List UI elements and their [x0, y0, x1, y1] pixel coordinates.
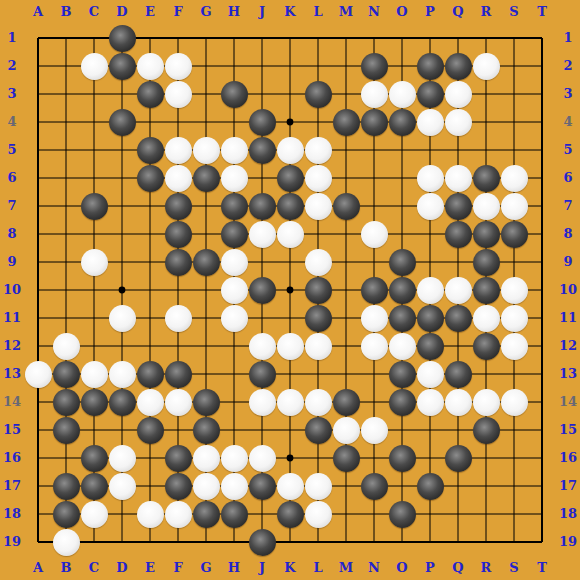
stone-black[interactable]: ●: [249, 193, 276, 220]
white-stone-glyph: ○: [253, 446, 270, 470]
stone-white[interactable]: ○: [165, 389, 192, 416]
stone-black[interactable]: ●: [417, 81, 444, 108]
white-stone-glyph: ○: [253, 334, 270, 358]
stone-black[interactable]: ●: [445, 361, 472, 388]
black-stone-glyph: ●: [449, 362, 466, 386]
stone-black[interactable]: ●: [333, 109, 360, 136]
stone-black[interactable]: ●: [305, 305, 332, 332]
stone-white[interactable]: ○: [249, 389, 276, 416]
stone-black[interactable]: ●: [445, 445, 472, 472]
stone-white[interactable]: ○: [445, 81, 472, 108]
black-stone-glyph: ●: [477, 222, 494, 246]
stone-black[interactable]: ●: [473, 165, 500, 192]
black-stone-glyph: ●: [309, 82, 326, 106]
stone-black[interactable]: ●: [249, 277, 276, 304]
stone-white[interactable]: ○: [501, 305, 528, 332]
stone-black[interactable]: ●: [165, 249, 192, 276]
stone-black[interactable]: ●: [417, 53, 444, 80]
black-stone-glyph: ●: [253, 530, 270, 554]
stone-black[interactable]: ●: [277, 165, 304, 192]
black-stone-glyph: ●: [197, 390, 214, 414]
white-stone-glyph: ○: [141, 390, 158, 414]
stone-black[interactable]: ●: [389, 445, 416, 472]
stone-white[interactable]: ○: [81, 249, 108, 276]
stone-white[interactable]: ○: [389, 81, 416, 108]
stone-black[interactable]: ●: [501, 221, 528, 248]
stone-black[interactable]: ●: [361, 277, 388, 304]
white-stone-glyph: ○: [281, 334, 298, 358]
stone-white[interactable]: ○: [109, 361, 136, 388]
stone-white[interactable]: ○: [501, 165, 528, 192]
stone-white[interactable]: ○: [137, 389, 164, 416]
stone-white[interactable]: ○: [305, 249, 332, 276]
stone-black[interactable]: ●: [165, 473, 192, 500]
stone-black[interactable]: ●: [193, 417, 220, 444]
white-stone-glyph: ○: [505, 278, 522, 302]
stone-white[interactable]: ○: [445, 277, 472, 304]
black-stone-glyph: ●: [365, 474, 382, 498]
stone-black[interactable]: ●: [81, 193, 108, 220]
stone-white[interactable]: ○: [417, 165, 444, 192]
black-stone-glyph: ●: [337, 194, 354, 218]
stone-black[interactable]: ●: [473, 333, 500, 360]
black-stone-glyph: ●: [225, 502, 242, 526]
black-stone-glyph: ●: [85, 446, 102, 470]
stone-white[interactable]: ○: [109, 445, 136, 472]
stone-white[interactable]: ○: [417, 109, 444, 136]
white-stone-glyph: ○: [421, 194, 438, 218]
stone-white[interactable]: ○: [501, 277, 528, 304]
stone-black[interactable]: ●: [305, 277, 332, 304]
white-stone-glyph: ○: [225, 250, 242, 274]
stone-black[interactable]: ●: [221, 221, 248, 248]
stone-black[interactable]: ●: [417, 333, 444, 360]
stone-black[interactable]: ●: [333, 389, 360, 416]
stone-white[interactable]: ○: [81, 361, 108, 388]
white-stone-glyph: ○: [365, 222, 382, 246]
white-stone-glyph: ○: [225, 138, 242, 162]
black-stone-glyph: ●: [225, 194, 242, 218]
white-stone-glyph: ○: [85, 502, 102, 526]
stone-white[interactable]: ○: [473, 53, 500, 80]
white-stone-glyph: ○: [197, 138, 214, 162]
black-stone-glyph: ●: [225, 222, 242, 246]
stone-black[interactable]: ●: [193, 501, 220, 528]
black-stone-glyph: ●: [393, 278, 410, 302]
white-stone-glyph: ○: [505, 194, 522, 218]
white-stone-glyph: ○: [449, 278, 466, 302]
stone-black[interactable]: ●: [249, 109, 276, 136]
white-stone-glyph: ○: [197, 446, 214, 470]
stone-white[interactable]: ○: [305, 501, 332, 528]
stone-black[interactable]: ●: [305, 81, 332, 108]
stone-black[interactable]: ●: [445, 305, 472, 332]
stone-white[interactable]: ○: [221, 165, 248, 192]
white-stone-glyph: ○: [393, 334, 410, 358]
white-stone-glyph: ○: [169, 54, 186, 78]
stone-white[interactable]: ○: [81, 53, 108, 80]
stone-white[interactable]: ○: [53, 333, 80, 360]
white-stone-glyph: ○: [505, 334, 522, 358]
black-stone-glyph: ●: [141, 82, 158, 106]
stone-white[interactable]: ○: [221, 277, 248, 304]
white-stone-glyph: ○: [169, 502, 186, 526]
black-stone-glyph: ●: [365, 278, 382, 302]
stone-white[interactable]: ○: [81, 501, 108, 528]
stone-white[interactable]: ○: [417, 277, 444, 304]
black-stone-glyph: ●: [253, 194, 270, 218]
stone-black[interactable]: ●: [361, 109, 388, 136]
white-stone-glyph: ○: [281, 474, 298, 498]
stone-black[interactable]: ●: [361, 473, 388, 500]
white-stone-glyph: ○: [309, 474, 326, 498]
black-stone-glyph: ●: [393, 502, 410, 526]
black-stone-glyph: ●: [477, 334, 494, 358]
black-stone-glyph: ●: [421, 474, 438, 498]
stone-white[interactable]: ○: [109, 473, 136, 500]
stone-white[interactable]: ○: [137, 53, 164, 80]
stone-white[interactable]: ○: [501, 333, 528, 360]
stone-white[interactable]: ○: [305, 389, 332, 416]
stone-white[interactable]: ○: [165, 305, 192, 332]
stone-black[interactable]: ●: [193, 389, 220, 416]
stone-black[interactable]: ●: [249, 529, 276, 556]
white-stone-glyph: ○: [225, 278, 242, 302]
black-stone-glyph: ●: [225, 82, 242, 106]
white-stone-glyph: ○: [169, 166, 186, 190]
black-stone-glyph: ●: [169, 446, 186, 470]
stone-white[interactable]: ○: [277, 221, 304, 248]
black-stone-glyph: ●: [113, 110, 130, 134]
stone-white[interactable]: ○: [305, 137, 332, 164]
stone-black[interactable]: ●: [473, 277, 500, 304]
stone-white[interactable]: ○: [165, 165, 192, 192]
white-stone-glyph: ○: [113, 446, 130, 470]
black-stone-glyph: ●: [449, 222, 466, 246]
black-stone-glyph: ●: [309, 306, 326, 330]
stone-white[interactable]: ○: [473, 193, 500, 220]
stone-black[interactable]: ●: [389, 305, 416, 332]
stone-white[interactable]: ○: [193, 445, 220, 472]
stone-black[interactable]: ●: [249, 473, 276, 500]
white-stone-glyph: ○: [309, 390, 326, 414]
stone-black[interactable]: ●: [473, 249, 500, 276]
stone-black[interactable]: ●: [333, 445, 360, 472]
stone-black[interactable]: ●: [137, 165, 164, 192]
white-stone-glyph: ○: [365, 418, 382, 442]
white-stone-glyph: ○: [477, 194, 494, 218]
white-stone-glyph: ○: [169, 306, 186, 330]
black-stone-glyph: ●: [393, 110, 410, 134]
black-stone-glyph: ●: [505, 222, 522, 246]
stone-black[interactable]: ●: [53, 473, 80, 500]
stone-black[interactable]: ●: [137, 361, 164, 388]
black-stone-glyph: ●: [113, 26, 130, 50]
white-stone-glyph: ○: [309, 250, 326, 274]
stone-white[interactable]: ○: [193, 137, 220, 164]
stone-black[interactable]: ●: [361, 53, 388, 80]
stone-black[interactable]: ●: [305, 417, 332, 444]
black-stone-glyph: ●: [449, 306, 466, 330]
stone-white[interactable]: ○: [305, 165, 332, 192]
black-stone-glyph: ●: [253, 474, 270, 498]
white-stone-glyph: ○: [309, 334, 326, 358]
stone-black[interactable]: ●: [53, 417, 80, 444]
stone-white[interactable]: ○: [501, 193, 528, 220]
white-stone-glyph: ○: [421, 278, 438, 302]
black-stone-glyph: ●: [197, 166, 214, 190]
white-stone-glyph: ○: [281, 138, 298, 162]
stone-black[interactable]: ●: [417, 305, 444, 332]
stone-black[interactable]: ●: [445, 221, 472, 248]
white-stone-glyph: ○: [309, 166, 326, 190]
white-stone-glyph: ○: [421, 166, 438, 190]
black-stone-glyph: ●: [169, 474, 186, 498]
black-stone-glyph: ●: [141, 138, 158, 162]
black-stone-glyph: ●: [169, 362, 186, 386]
stone-white[interactable]: ○: [473, 305, 500, 332]
black-stone-glyph: ●: [281, 502, 298, 526]
stone-white[interactable]: ○: [417, 389, 444, 416]
black-stone-glyph: ●: [281, 166, 298, 190]
stone-black[interactable]: ●: [445, 193, 472, 220]
stone-black[interactable]: ●: [389, 389, 416, 416]
stone-black[interactable]: ●: [221, 193, 248, 220]
stone-black[interactable]: ●: [417, 473, 444, 500]
stone-black[interactable]: ●: [109, 389, 136, 416]
black-stone-glyph: ●: [477, 278, 494, 302]
stone-white[interactable]: ○: [361, 305, 388, 332]
white-stone-glyph: ○: [449, 110, 466, 134]
black-stone-glyph: ●: [197, 250, 214, 274]
stone-black[interactable]: ●: [137, 81, 164, 108]
stone-black[interactable]: ●: [221, 501, 248, 528]
stone-black[interactable]: ●: [53, 389, 80, 416]
stone-white[interactable]: ○: [165, 137, 192, 164]
stone-white[interactable]: ○: [361, 417, 388, 444]
stone-white[interactable]: ○: [501, 389, 528, 416]
stone-white[interactable]: ○: [221, 137, 248, 164]
stone-white[interactable]: ○: [305, 193, 332, 220]
stone-black[interactable]: ●: [445, 53, 472, 80]
stone-white[interactable]: ○: [193, 473, 220, 500]
white-stone-glyph: ○: [225, 446, 242, 470]
stone-white[interactable]: ○: [473, 389, 500, 416]
stone-black[interactable]: ●: [81, 473, 108, 500]
stone-white[interactable]: ○: [249, 445, 276, 472]
white-stone-glyph: ○: [449, 166, 466, 190]
white-stone-glyph: ○: [113, 362, 130, 386]
stone-white[interactable]: ○: [221, 249, 248, 276]
black-stone-glyph: ●: [141, 418, 158, 442]
black-stone-glyph: ●: [337, 446, 354, 470]
black-stone-glyph: ●: [57, 362, 74, 386]
stone-black[interactable]: ●: [53, 501, 80, 528]
black-stone-glyph: ●: [477, 166, 494, 190]
stone-black[interactable]: ●: [165, 221, 192, 248]
black-stone-glyph: ●: [365, 54, 382, 78]
stone-white[interactable]: ○: [249, 221, 276, 248]
stone-white[interactable]: ○: [249, 333, 276, 360]
white-stone-glyph: ○: [57, 334, 74, 358]
black-stone-glyph: ●: [113, 390, 130, 414]
white-stone-glyph: ○: [365, 306, 382, 330]
black-stone-glyph: ●: [57, 418, 74, 442]
stone-white[interactable]: ○: [333, 417, 360, 444]
white-stone-glyph: ○: [225, 166, 242, 190]
stone-black[interactable]: ●: [165, 193, 192, 220]
stone-white[interactable]: ○: [389, 333, 416, 360]
white-stone-glyph: ○: [169, 82, 186, 106]
white-stone-glyph: ○: [281, 222, 298, 246]
stone-white[interactable]: ○: [305, 333, 332, 360]
white-stone-glyph: ○: [113, 306, 130, 330]
stone-black[interactable]: ●: [81, 389, 108, 416]
white-stone-glyph: ○: [337, 418, 354, 442]
black-stone-glyph: ●: [449, 446, 466, 470]
white-stone-glyph: ○: [225, 474, 242, 498]
white-stone-glyph: ○: [57, 530, 74, 554]
white-stone-glyph: ○: [421, 110, 438, 134]
stone-black[interactable]: ●: [109, 53, 136, 80]
black-stone-glyph: ●: [85, 390, 102, 414]
stone-black[interactable]: ●: [389, 249, 416, 276]
black-stone-glyph: ●: [281, 194, 298, 218]
stone-black[interactable]: ●: [473, 221, 500, 248]
white-stone-glyph: ○: [281, 390, 298, 414]
white-stone-glyph: ○: [309, 194, 326, 218]
white-stone-glyph: ○: [253, 390, 270, 414]
stone-white[interactable]: ○: [53, 529, 80, 556]
black-stone-glyph: ●: [421, 54, 438, 78]
black-stone-glyph: ●: [85, 474, 102, 498]
stone-white[interactable]: ○: [25, 361, 52, 388]
black-stone-glyph: ●: [253, 278, 270, 302]
black-stone-glyph: ●: [309, 418, 326, 442]
stone-black[interactable]: ●: [277, 501, 304, 528]
stone-white[interactable]: ○: [221, 445, 248, 472]
white-stone-glyph: ○: [477, 54, 494, 78]
black-stone-glyph: ●: [393, 306, 410, 330]
stone-black[interactable]: ●: [109, 25, 136, 52]
stone-black[interactable]: ●: [277, 193, 304, 220]
stone-black[interactable]: ●: [193, 165, 220, 192]
stone-black[interactable]: ●: [389, 361, 416, 388]
white-stone-glyph: ○: [365, 334, 382, 358]
stone-black[interactable]: ●: [193, 249, 220, 276]
black-stone-glyph: ●: [477, 250, 494, 274]
black-stone-glyph: ●: [253, 362, 270, 386]
stone-black[interactable]: ●: [389, 501, 416, 528]
black-stone-glyph: ●: [57, 390, 74, 414]
stone-black[interactable]: ●: [249, 361, 276, 388]
stone-black[interactable]: ●: [389, 277, 416, 304]
stone-white[interactable]: ○: [361, 81, 388, 108]
white-stone-glyph: ○: [141, 502, 158, 526]
black-stone-glyph: ●: [141, 166, 158, 190]
stone-white[interactable]: ○: [445, 165, 472, 192]
stone-black[interactable]: ●: [389, 109, 416, 136]
white-stone-glyph: ○: [85, 362, 102, 386]
white-stone-glyph: ○: [197, 474, 214, 498]
white-stone-glyph: ○: [29, 362, 46, 386]
white-stone-glyph: ○: [505, 306, 522, 330]
stone-white[interactable]: ○: [445, 389, 472, 416]
white-stone-glyph: ○: [505, 166, 522, 190]
black-stone-glyph: ●: [421, 82, 438, 106]
stone-white[interactable]: ○: [277, 389, 304, 416]
black-stone-glyph: ●: [57, 502, 74, 526]
stone-white[interactable]: ○: [137, 501, 164, 528]
black-stone-glyph: ●: [141, 362, 158, 386]
stone-white[interactable]: ○: [109, 305, 136, 332]
white-stone-glyph: ○: [365, 82, 382, 106]
white-stone-glyph: ○: [85, 54, 102, 78]
black-stone-glyph: ●: [449, 54, 466, 78]
stone-black[interactable]: ●: [333, 193, 360, 220]
stone-white[interactable]: ○: [165, 501, 192, 528]
stone-black[interactable]: ●: [473, 417, 500, 444]
stone-black[interactable]: ●: [221, 81, 248, 108]
white-stone-glyph: ○: [85, 250, 102, 274]
stone-black[interactable]: ●: [249, 137, 276, 164]
black-stone-glyph: ●: [253, 110, 270, 134]
white-stone-glyph: ○: [393, 82, 410, 106]
black-stone-glyph: ●: [393, 390, 410, 414]
stone-black[interactable]: ●: [137, 417, 164, 444]
black-stone-glyph: ●: [169, 194, 186, 218]
white-stone-glyph: ○: [141, 54, 158, 78]
stone-black[interactable]: ●: [165, 445, 192, 472]
stone-black[interactable]: ●: [137, 137, 164, 164]
stones-layer: ●○●○○●●●○●○●●○○●○●●●●●○○●○○○●○○●○●○●○○○●…: [0, 0, 580, 580]
white-stone-glyph: ○: [169, 138, 186, 162]
black-stone-glyph: ●: [197, 502, 214, 526]
stone-black[interactable]: ●: [109, 109, 136, 136]
black-stone-glyph: ●: [309, 278, 326, 302]
white-stone-glyph: ○: [421, 362, 438, 386]
stone-white[interactable]: ○: [165, 81, 192, 108]
stone-white[interactable]: ○: [305, 473, 332, 500]
stone-white[interactable]: ○: [277, 137, 304, 164]
stone-white[interactable]: ○: [361, 333, 388, 360]
white-stone-glyph: ○: [505, 390, 522, 414]
black-stone-glyph: ●: [449, 194, 466, 218]
black-stone-glyph: ●: [393, 362, 410, 386]
stone-white[interactable]: ○: [221, 473, 248, 500]
black-stone-glyph: ●: [421, 306, 438, 330]
stone-white[interactable]: ○: [165, 53, 192, 80]
black-stone-glyph: ●: [253, 138, 270, 162]
black-stone-glyph: ●: [421, 334, 438, 358]
stone-white[interactable]: ○: [277, 473, 304, 500]
black-stone-glyph: ●: [169, 222, 186, 246]
white-stone-glyph: ○: [253, 222, 270, 246]
go-board: ABCDEFGHJKLMNOPQRST ABCDEFGHJKLMNOPQRST …: [0, 0, 580, 580]
stone-white[interactable]: ○: [417, 361, 444, 388]
stone-black[interactable]: ●: [53, 361, 80, 388]
stone-white[interactable]: ○: [361, 221, 388, 248]
stone-white[interactable]: ○: [417, 193, 444, 220]
black-stone-glyph: ●: [85, 194, 102, 218]
black-stone-glyph: ●: [113, 54, 130, 78]
white-stone-glyph: ○: [113, 474, 130, 498]
stone-white[interactable]: ○: [277, 333, 304, 360]
stone-white[interactable]: ○: [445, 109, 472, 136]
stone-white[interactable]: ○: [221, 305, 248, 332]
stone-black[interactable]: ●: [81, 445, 108, 472]
stone-black[interactable]: ●: [165, 361, 192, 388]
